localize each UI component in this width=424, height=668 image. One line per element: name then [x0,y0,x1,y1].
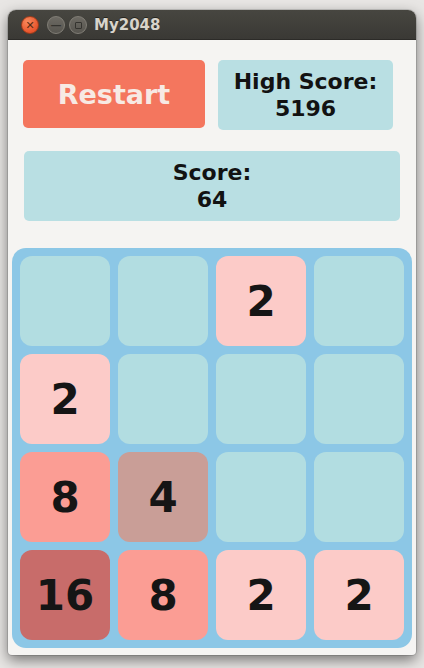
empty-cell [20,256,110,346]
score-value: 64 [24,186,400,213]
tile-4: 4 [118,452,208,542]
tile-8: 8 [20,452,110,542]
window-title: My2048 [94,10,160,40]
empty-cell [118,354,208,444]
score-panel: Score: 64 [24,151,400,221]
app-window: ✕ — My2048 Restart High Score: 5196 Scor… [8,10,416,655]
maximize-button[interactable] [69,16,87,34]
close-icon: ✕ [25,20,34,31]
controls-row: Restart High Score: 5196 [8,60,416,130]
tile-2: 2 [20,354,110,444]
minimize-icon: — [51,20,62,31]
tile-2: 2 [216,550,306,640]
tile-2: 2 [314,550,404,640]
board[interactable]: 228416822 [12,248,412,648]
empty-cell [216,452,306,542]
close-button[interactable]: ✕ [21,16,39,34]
tile-16: 16 [20,550,110,640]
high-score-value: 5196 [218,95,393,122]
minimize-button[interactable]: — [47,16,65,34]
tile-8: 8 [118,550,208,640]
maximize-icon [75,22,82,29]
high-score-label: High Score: [218,68,393,95]
empty-cell [314,256,404,346]
empty-cell [118,256,208,346]
content: Restart High Score: 5196 Score: 64 22841… [8,40,416,648]
high-score-panel: High Score: 5196 [218,60,393,130]
score-label: Score: [24,159,400,186]
restart-button[interactable]: Restart [23,60,205,128]
empty-cell [314,354,404,444]
titlebar[interactable]: ✕ — My2048 [8,10,416,40]
empty-cell [314,452,404,542]
empty-cell [216,354,306,444]
tile-2: 2 [216,256,306,346]
